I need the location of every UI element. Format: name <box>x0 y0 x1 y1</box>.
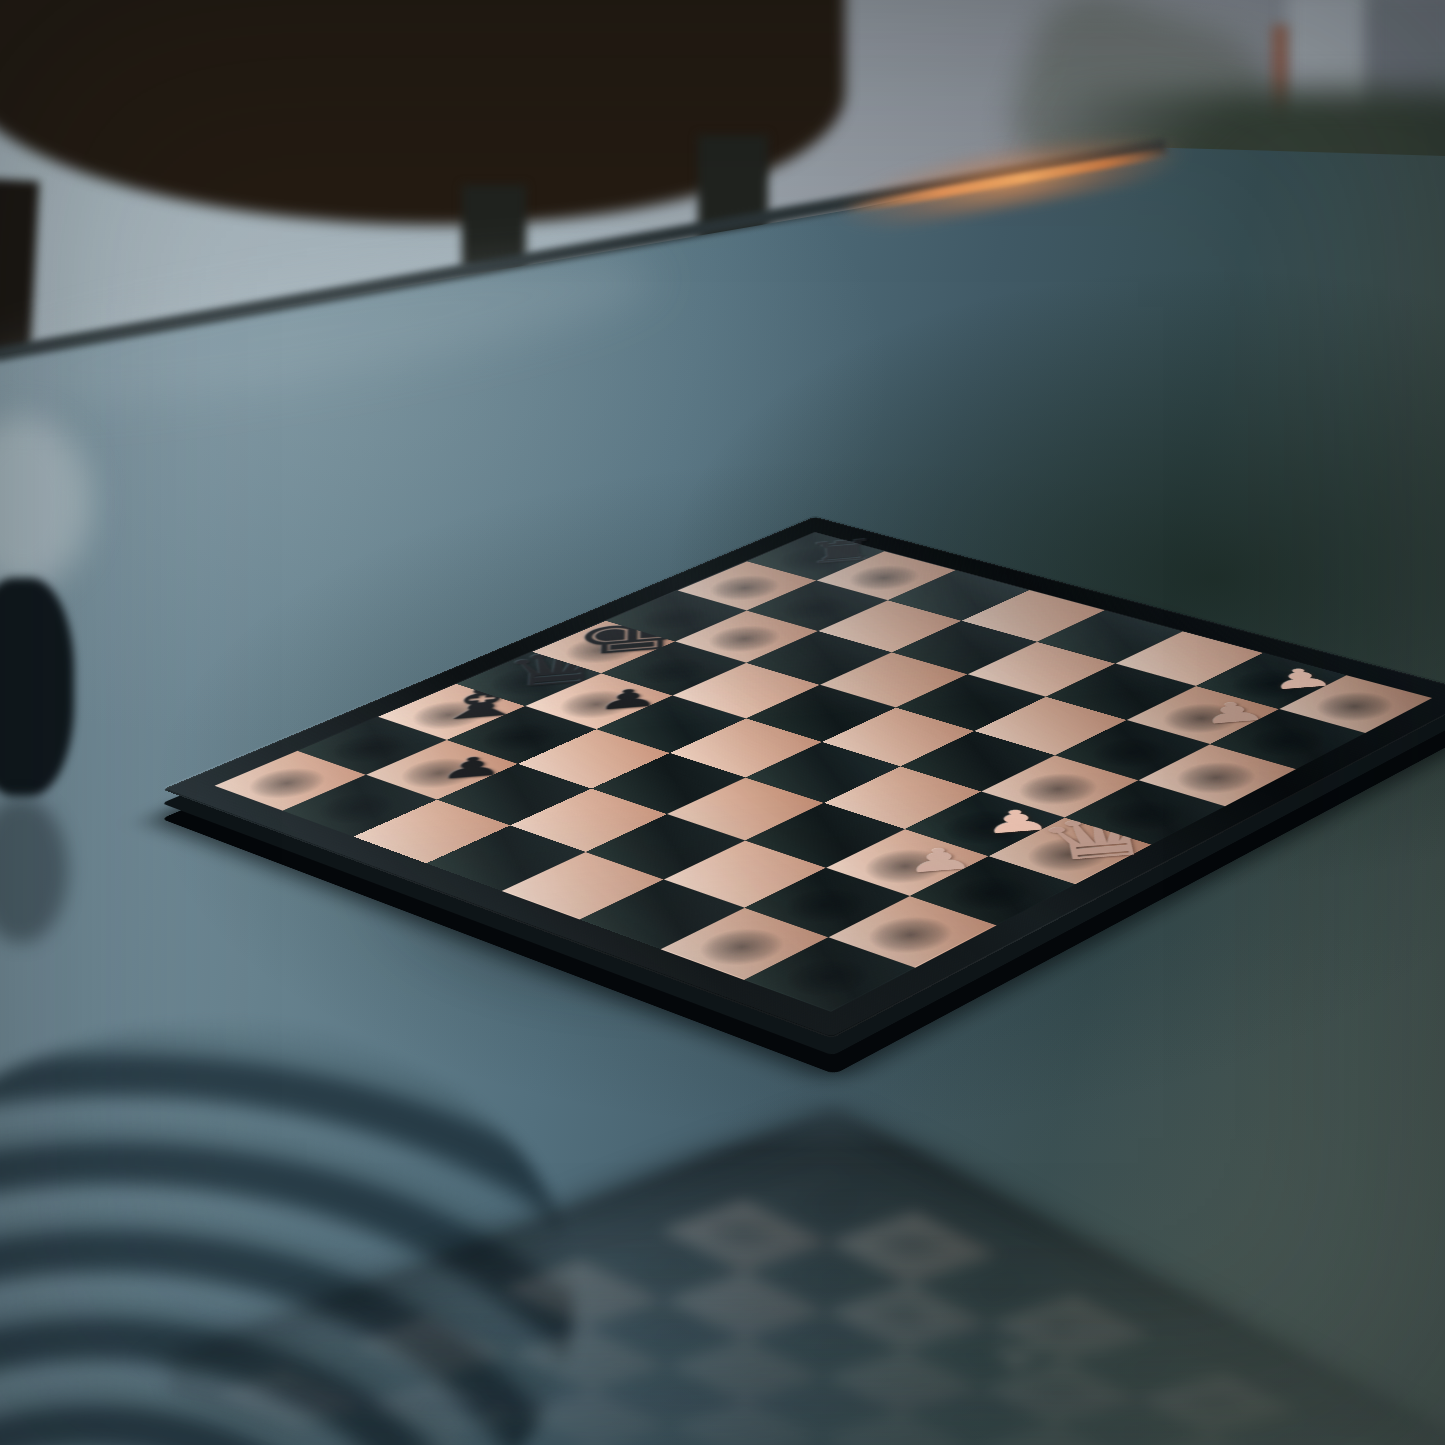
pawn-glyph: ♟ <box>806 501 877 616</box>
pawn-glyph: ♟ <box>735 530 807 647</box>
chess-scene: ♜♞♝♛♚♝♞♜♟♟♟♟♟♟♟♟♟♟♟♟♟♟♟♟♜♞♝♛♚♝♞♜ <box>0 0 1445 1445</box>
board-grid: ♜♞♝♛♚♝♞♜♟♟♟♟♟♟♟♟♟♟♟♟♟♟♟♟♜♞♝♛♚♝♞♜ <box>215 533 1433 1012</box>
pawn-glyph: ♟ <box>876 472 946 585</box>
king-glyph: ♚ <box>1092 573 1249 828</box>
pawn-glyph: ♟ <box>731 821 815 958</box>
chess-board: ♜♞♝♛♚♝♞♜♟♟♟♟♟♟♟♟♟♟♟♟♟♟♟♟♜♞♝♛♚♝♞♜ <box>163 517 1445 1039</box>
pawn-glyph: ♟ <box>345 692 422 818</box>
photo-canvas: ♜♞♝♛♚♝♞♜♟♟♟♟♟♟♟♟♟♟♟♟♟♟♟♟♜♞♝♛♚♝♞♜ ♜♞♝♛♚♝♞… <box>0 0 1445 1445</box>
pawn-glyph: ♟ <box>595 686 660 713</box>
pawn-glyph: ♟ <box>508 624 583 746</box>
rook-glyph: ♜ <box>801 806 914 990</box>
pawn-glyph: ♟ <box>662 561 735 679</box>
